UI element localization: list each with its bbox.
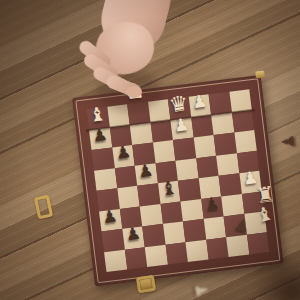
photo-vignette	[0, 0, 300, 300]
photo-scene: ♝♛♟♟♟♟♟♟♝♟♟♟ ♜♝♟♟♟ ♟	[0, 0, 300, 300]
